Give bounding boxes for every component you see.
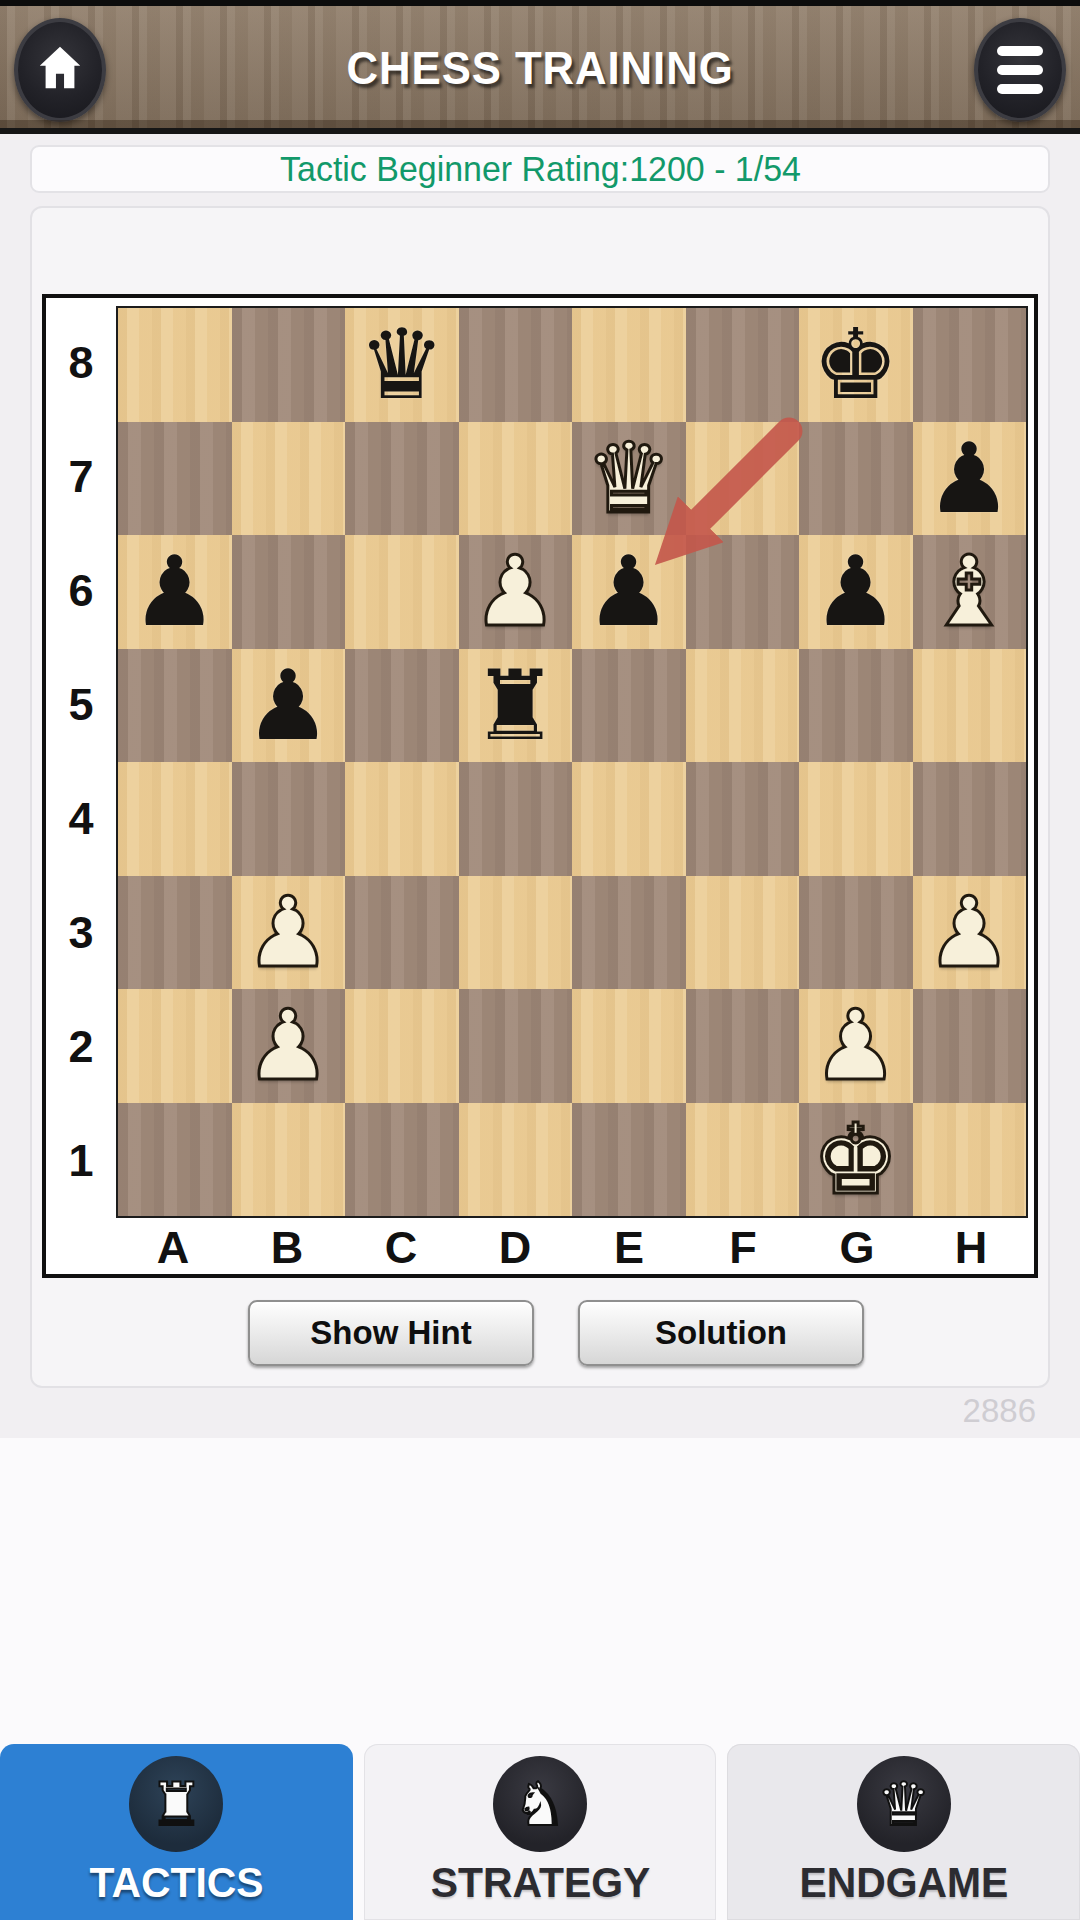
show-hint-button[interactable]: Show Hint [248, 1300, 534, 1366]
rank-label-3: 3 [46, 876, 116, 990]
square-f6[interactable] [686, 535, 800, 649]
piece-black-pawn[interactable]: ♟ [131, 543, 218, 640]
square-e2[interactable] [572, 989, 686, 1103]
square-c7[interactable] [345, 422, 459, 536]
square-b4[interactable] [232, 762, 346, 876]
home-icon [33, 41, 87, 99]
square-h2[interactable] [913, 989, 1027, 1103]
page-title: CHESS TRAINING [346, 40, 733, 95]
puzzle-id: 2886 [963, 1392, 1036, 1430]
square-h3[interactable]: ♟ [913, 876, 1027, 990]
square-e4[interactable] [572, 762, 686, 876]
square-a7[interactable] [118, 422, 232, 536]
rank-label-1: 1 [46, 1104, 116, 1218]
square-b8[interactable] [232, 308, 346, 422]
square-e8[interactable] [572, 308, 686, 422]
square-h7[interactable]: ♟ [913, 422, 1027, 536]
square-a5[interactable] [118, 649, 232, 763]
rank-label-5: 5 [46, 648, 116, 762]
tab-strategy-label: STRATEGY [430, 1858, 649, 1907]
square-b2[interactable]: ♟ [232, 989, 346, 1103]
square-a4[interactable] [118, 762, 232, 876]
home-button[interactable] [14, 18, 106, 122]
square-e7[interactable]: ♛ [572, 422, 686, 536]
square-g3[interactable] [799, 876, 913, 990]
square-g4[interactable] [799, 762, 913, 876]
square-a8[interactable] [118, 308, 232, 422]
piece-white-bishop[interactable]: ♝ [926, 543, 1013, 640]
file-labels: ABCDEFGH [116, 1222, 1028, 1274]
rank-label-6: 6 [46, 534, 116, 648]
file-label-c: C [344, 1222, 458, 1274]
rank-label-4: 4 [46, 762, 116, 876]
tab-endgame-label: ENDGAME [799, 1858, 1008, 1907]
square-d3[interactable] [459, 876, 573, 990]
piece-black-pawn[interactable]: ♟ [245, 657, 332, 754]
piece-white-king[interactable]: ♚ [812, 1111, 899, 1208]
rating-text: Tactic Beginner Rating:1200 - 1/54 [280, 149, 801, 189]
square-a6[interactable]: ♟ [118, 535, 232, 649]
square-f2[interactable] [686, 989, 800, 1103]
square-g1[interactable]: ♚ [799, 1103, 913, 1217]
file-label-a: A [116, 1222, 230, 1274]
square-f5[interactable] [686, 649, 800, 763]
file-label-d: D [458, 1222, 572, 1274]
square-d7[interactable] [459, 422, 573, 536]
puzzle-panel: 87654321 ♛♚♛♟♟♟♟♟♝♟♜♟♟♟♟♚ ABCDEFGH Show … [30, 206, 1050, 1388]
square-c2[interactable] [345, 989, 459, 1103]
rank-label-2: 2 [46, 990, 116, 1104]
square-e1[interactable] [572, 1103, 686, 1217]
piece-black-queen[interactable]: ♛ [358, 316, 445, 413]
app-header: CHESS TRAINING [0, 0, 1080, 134]
rank-label-7: 7 [46, 420, 116, 534]
knight-icon: ♞ [493, 1756, 587, 1852]
tab-tactics[interactable]: ♜ TACTICS [0, 1744, 353, 1920]
bottom-nav: ♜ TACTICS ♞ STRATEGY ♛ ENDGAME [0, 1744, 1080, 1920]
piece-white-pawn[interactable]: ♟ [812, 997, 899, 1094]
square-h4[interactable] [913, 762, 1027, 876]
piece-white-pawn[interactable]: ♟ [245, 997, 332, 1094]
file-label-f: F [686, 1222, 800, 1274]
piece-black-pawn[interactable]: ♟ [585, 543, 672, 640]
tab-endgame[interactable]: ♛ ENDGAME [727, 1744, 1080, 1920]
piece-white-queen[interactable]: ♛ [585, 430, 672, 527]
rank-labels: 87654321 [46, 306, 116, 1218]
square-b1[interactable] [232, 1103, 346, 1217]
tab-tactics-label: TACTICS [89, 1858, 263, 1907]
file-label-h: H [914, 1222, 1028, 1274]
square-b5[interactable]: ♟ [232, 649, 346, 763]
square-b3[interactable]: ♟ [232, 876, 346, 990]
square-f1[interactable] [686, 1103, 800, 1217]
piece-black-rook[interactable]: ♜ [472, 657, 559, 754]
square-e3[interactable] [572, 876, 686, 990]
square-h8[interactable] [913, 308, 1027, 422]
square-f8[interactable] [686, 308, 800, 422]
square-f4[interactable] [686, 762, 800, 876]
chess-board[interactable]: ♛♚♛♟♟♟♟♟♝♟♜♟♟♟♟♚ [116, 306, 1028, 1218]
piece-black-pawn[interactable]: ♟ [926, 430, 1013, 527]
piece-black-king[interactable]: ♚ [812, 316, 899, 413]
square-d5[interactable]: ♜ [459, 649, 573, 763]
hamburger-menu-button[interactable] [974, 18, 1066, 122]
square-d8[interactable] [459, 308, 573, 422]
square-e5[interactable] [572, 649, 686, 763]
piece-white-pawn[interactable]: ♟ [472, 543, 559, 640]
square-a1[interactable] [118, 1103, 232, 1217]
square-g5[interactable] [799, 649, 913, 763]
square-f7[interactable] [686, 422, 800, 536]
square-h6[interactable]: ♝ [913, 535, 1027, 649]
rank-label-8: 8 [46, 306, 116, 420]
square-d1[interactable] [459, 1103, 573, 1217]
rook-icon: ♜ [129, 1756, 223, 1852]
square-e6[interactable]: ♟ [572, 535, 686, 649]
piece-white-pawn[interactable]: ♟ [926, 884, 1013, 981]
file-label-g: G [800, 1222, 914, 1274]
square-c3[interactable] [345, 876, 459, 990]
square-b6[interactable] [232, 535, 346, 649]
square-b7[interactable] [232, 422, 346, 536]
hamburger-menu-icon [997, 46, 1043, 94]
piece-black-pawn[interactable]: ♟ [812, 543, 899, 640]
square-h1[interactable] [913, 1103, 1027, 1217]
square-h5[interactable] [913, 649, 1027, 763]
chess-board-frame: 87654321 ♛♚♛♟♟♟♟♟♝♟♜♟♟♟♟♚ ABCDEFGH [42, 294, 1038, 1278]
square-d2[interactable] [459, 989, 573, 1103]
tab-strategy[interactable]: ♞ STRATEGY [364, 1744, 717, 1920]
square-c1[interactable] [345, 1103, 459, 1217]
square-c8[interactable]: ♛ [345, 308, 459, 422]
square-g7[interactable] [799, 422, 913, 536]
queen-icon: ♛ [857, 1756, 951, 1852]
square-f3[interactable] [686, 876, 800, 990]
square-c4[interactable] [345, 762, 459, 876]
square-c5[interactable] [345, 649, 459, 763]
square-d6[interactable]: ♟ [459, 535, 573, 649]
square-d4[interactable] [459, 762, 573, 876]
status-bar: Tactic Beginner Rating:1200 - 1/54 [30, 145, 1050, 193]
solution-button[interactable]: Solution [578, 1300, 864, 1366]
square-g2[interactable]: ♟ [799, 989, 913, 1103]
square-a3[interactable] [118, 876, 232, 990]
square-a2[interactable] [118, 989, 232, 1103]
file-label-e: E [572, 1222, 686, 1274]
square-g6[interactable]: ♟ [799, 535, 913, 649]
piece-white-pawn[interactable]: ♟ [245, 884, 332, 981]
square-g8[interactable]: ♚ [799, 308, 913, 422]
file-label-b: B [230, 1222, 344, 1274]
square-c6[interactable] [345, 535, 459, 649]
